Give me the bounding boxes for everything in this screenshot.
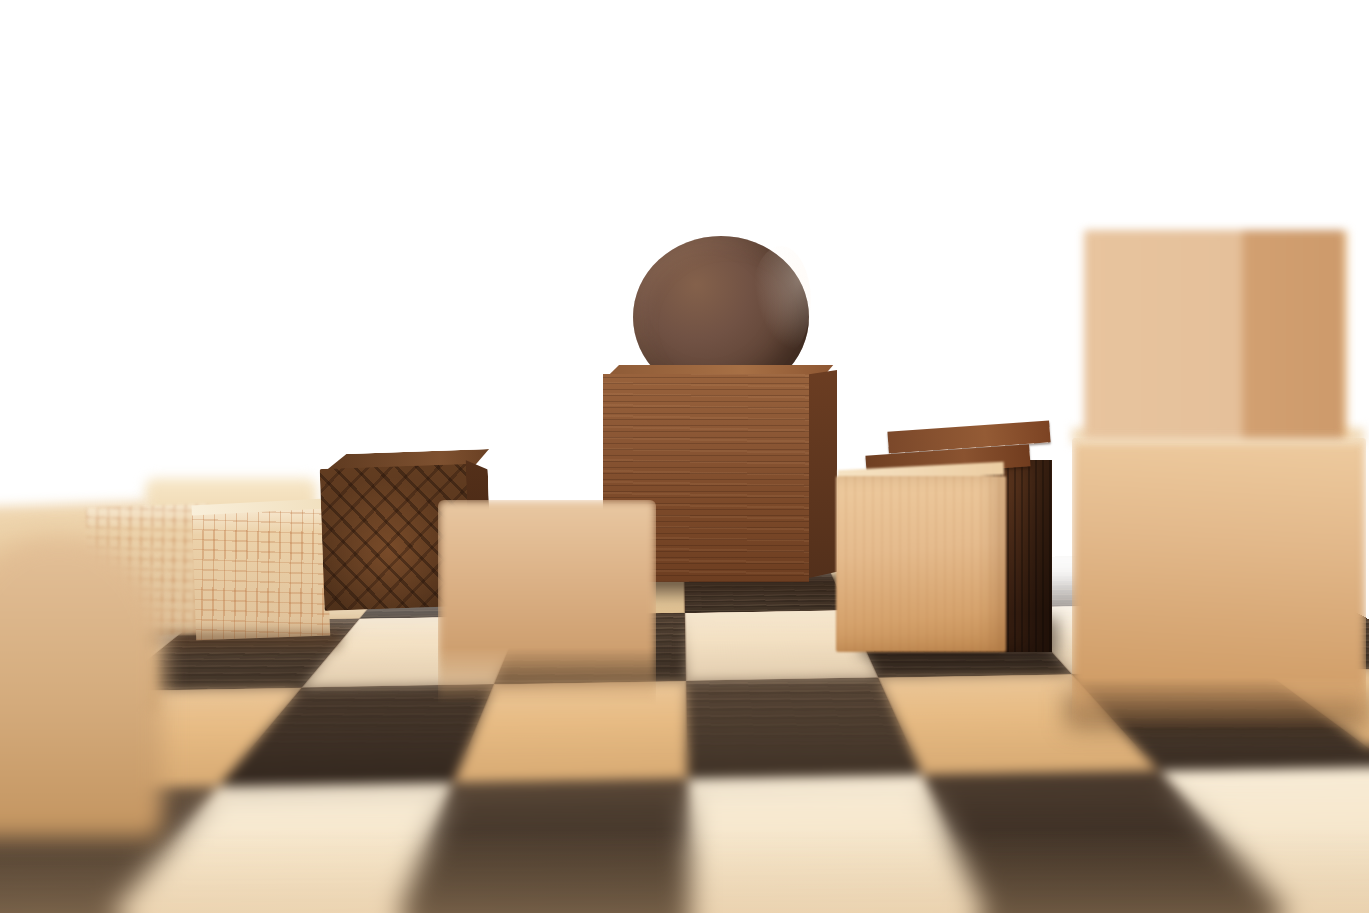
light-king-stack xyxy=(1058,220,1369,725)
light-cube-cluster-b xyxy=(192,508,330,641)
queen-cube-side-face xyxy=(809,370,837,578)
king-lower-cube xyxy=(1072,438,1366,730)
light-cube-right xyxy=(836,466,1008,654)
photo-canvas xyxy=(0,0,1369,913)
light-piece-foreground-left xyxy=(0,538,163,838)
light-cube-center-foreground xyxy=(438,500,656,705)
light-cube-right-front-face xyxy=(836,476,1006,652)
king-upper-cube xyxy=(1084,230,1344,438)
